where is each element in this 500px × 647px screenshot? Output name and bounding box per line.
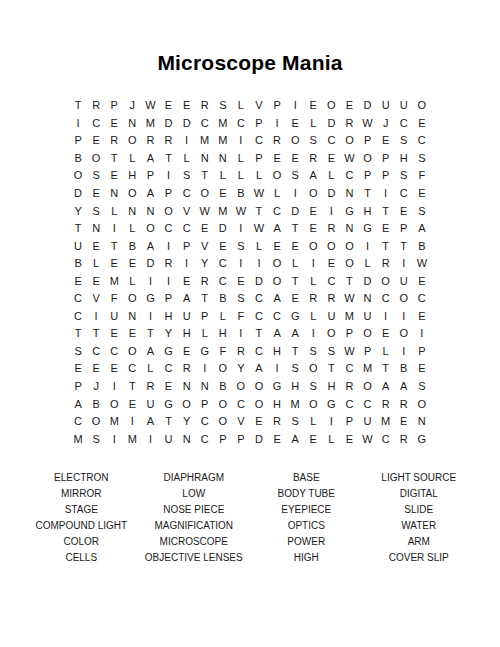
grid-cell[interactable]: O: [196, 185, 214, 203]
grid-cell[interactable]: C: [196, 430, 214, 448]
grid-cell[interactable]: O: [123, 290, 141, 308]
grid-cell[interactable]: L: [214, 167, 232, 185]
grid-cell[interactable]: I: [250, 255, 268, 273]
grid-cell[interactable]: J: [123, 97, 141, 115]
grid-cell[interactable]: L: [232, 150, 250, 168]
grid-cell[interactable]: O: [214, 360, 232, 378]
grid-cell[interactable]: I: [413, 325, 431, 343]
grid-cell[interactable]: O: [141, 220, 159, 238]
grid-cell[interactable]: R: [322, 220, 340, 238]
grid-cell[interactable]: R: [268, 413, 286, 431]
grid-cell[interactable]: E: [286, 150, 304, 168]
grid-cell[interactable]: I: [268, 360, 286, 378]
grid-cell[interactable]: A: [141, 413, 159, 431]
grid-cell[interactable]: E: [123, 255, 141, 273]
grid-cell[interactable]: N: [340, 185, 358, 203]
grid-cell[interactable]: T: [286, 343, 304, 361]
grid-cell[interactable]: E: [268, 430, 286, 448]
grid-cell[interactable]: A: [286, 325, 304, 343]
grid-cell[interactable]: C: [340, 360, 358, 378]
grid-cell[interactable]: W: [359, 115, 377, 133]
grid-cell[interactable]: B: [123, 237, 141, 255]
grid-cell[interactable]: E: [87, 272, 105, 290]
grid-cell[interactable]: T: [196, 290, 214, 308]
grid-cell[interactable]: L: [123, 220, 141, 238]
grid-cell[interactable]: C: [250, 308, 268, 326]
grid-cell[interactable]: N: [123, 115, 141, 133]
grid-cell[interactable]: W: [340, 290, 358, 308]
grid-cell[interactable]: A: [395, 378, 413, 396]
grid-cell[interactable]: N: [196, 378, 214, 396]
grid-cell[interactable]: A: [141, 343, 159, 361]
grid-cell[interactable]: O: [123, 185, 141, 203]
grid-cell[interactable]: E: [87, 237, 105, 255]
grid-cell[interactable]: I: [123, 413, 141, 431]
grid-cell[interactable]: O: [340, 132, 358, 150]
grid-cell[interactable]: I: [322, 202, 340, 220]
grid-cell[interactable]: L: [123, 150, 141, 168]
grid-cell[interactable]: E: [214, 185, 232, 203]
grid-cell[interactable]: E: [413, 115, 431, 133]
grid-cell[interactable]: S: [286, 360, 304, 378]
grid-cell[interactable]: I: [395, 343, 413, 361]
grid-cell[interactable]: U: [322, 308, 340, 326]
grid-cell[interactable]: E: [377, 132, 395, 150]
grid-cell[interactable]: S: [178, 167, 196, 185]
grid-cell[interactable]: U: [178, 308, 196, 326]
grid-cell[interactable]: P: [69, 378, 87, 396]
grid-cell[interactable]: E: [395, 202, 413, 220]
grid-cell[interactable]: R: [232, 343, 250, 361]
grid-cell[interactable]: E: [286, 290, 304, 308]
grid-cell[interactable]: T: [141, 325, 159, 343]
grid-cell[interactable]: I: [87, 308, 105, 326]
grid-cell[interactable]: E: [69, 360, 87, 378]
grid-cell[interactable]: L: [141, 360, 159, 378]
grid-cell[interactable]: E: [268, 150, 286, 168]
grid-cell[interactable]: V: [87, 290, 105, 308]
grid-cell[interactable]: T: [159, 413, 177, 431]
grid-cell[interactable]: U: [377, 97, 395, 115]
grid-cell[interactable]: E: [105, 325, 123, 343]
grid-cell[interactable]: O: [340, 255, 358, 273]
grid-cell[interactable]: T: [69, 325, 87, 343]
grid-cell[interactable]: O: [359, 378, 377, 396]
grid-cell[interactable]: F: [232, 308, 250, 326]
grid-cell[interactable]: M: [340, 308, 358, 326]
grid-cell[interactable]: S: [304, 378, 322, 396]
grid-cell[interactable]: O: [178, 395, 196, 413]
grid-cell[interactable]: F: [413, 167, 431, 185]
grid-cell[interactable]: M: [286, 395, 304, 413]
grid-cell[interactable]: L: [286, 255, 304, 273]
grid-cell[interactable]: V: [196, 237, 214, 255]
grid-cell[interactable]: P: [359, 343, 377, 361]
grid-cell[interactable]: E: [232, 272, 250, 290]
grid-cell[interactable]: O: [322, 325, 340, 343]
grid-cell[interactable]: F: [214, 343, 232, 361]
grid-cell[interactable]: E: [105, 255, 123, 273]
grid-cell[interactable]: E: [105, 115, 123, 133]
grid-cell[interactable]: H: [159, 308, 177, 326]
grid-cell[interactable]: C: [250, 132, 268, 150]
grid-cell[interactable]: M: [377, 413, 395, 431]
grid-cell[interactable]: C: [232, 115, 250, 133]
grid-cell[interactable]: G: [322, 395, 340, 413]
grid-cell[interactable]: P: [250, 150, 268, 168]
grid-cell[interactable]: A: [304, 167, 322, 185]
grid-cell[interactable]: R: [322, 290, 340, 308]
grid-cell[interactable]: G: [359, 220, 377, 238]
grid-cell[interactable]: T: [395, 237, 413, 255]
grid-cell[interactable]: G: [340, 202, 358, 220]
grid-cell[interactable]: R: [395, 395, 413, 413]
grid-cell[interactable]: T: [123, 378, 141, 396]
grid-cell[interactable]: R: [105, 132, 123, 150]
grid-cell[interactable]: L: [377, 343, 395, 361]
grid-cell[interactable]: E: [105, 360, 123, 378]
grid-cell[interactable]: I: [141, 272, 159, 290]
grid-cell[interactable]: S: [413, 378, 431, 396]
grid-cell[interactable]: S: [304, 343, 322, 361]
grid-cell[interactable]: P: [340, 413, 358, 431]
grid-cell[interactable]: T: [69, 220, 87, 238]
grid-cell[interactable]: H: [178, 325, 196, 343]
grid-cell[interactable]: D: [322, 115, 340, 133]
grid-cell[interactable]: E: [413, 272, 431, 290]
grid-cell[interactable]: M: [141, 115, 159, 133]
grid-cell[interactable]: S: [214, 97, 232, 115]
grid-cell[interactable]: C: [322, 132, 340, 150]
grid-cell[interactable]: W: [340, 150, 358, 168]
grid-cell[interactable]: M: [214, 202, 232, 220]
grid-cell[interactable]: I: [268, 115, 286, 133]
grid-cell[interactable]: P: [359, 167, 377, 185]
grid-cell[interactable]: G: [268, 378, 286, 396]
grid-cell[interactable]: L: [105, 202, 123, 220]
grid-cell[interactable]: H: [214, 325, 232, 343]
grid-cell[interactable]: I: [304, 325, 322, 343]
grid-cell[interactable]: M: [214, 115, 232, 133]
grid-cell[interactable]: C: [87, 343, 105, 361]
grid-cell[interactable]: S: [69, 343, 87, 361]
grid-cell[interactable]: A: [178, 290, 196, 308]
grid-cell[interactable]: P: [340, 325, 358, 343]
grid-cell[interactable]: I: [69, 115, 87, 133]
grid-cell[interactable]: I: [232, 132, 250, 150]
grid-cell[interactable]: L: [232, 167, 250, 185]
grid-cell[interactable]: E: [304, 202, 322, 220]
grid-cell[interactable]: L: [214, 308, 232, 326]
grid-cell[interactable]: A: [268, 220, 286, 238]
grid-cell[interactable]: J: [87, 378, 105, 396]
grid-cell[interactable]: C: [395, 185, 413, 203]
grid-cell[interactable]: C: [69, 308, 87, 326]
grid-cell[interactable]: C: [377, 290, 395, 308]
grid-cell[interactable]: O: [214, 413, 232, 431]
grid-cell[interactable]: T: [69, 97, 87, 115]
grid-cell[interactable]: T: [286, 220, 304, 238]
grid-cell[interactable]: S: [395, 132, 413, 150]
grid-cell[interactable]: B: [413, 237, 431, 255]
grid-cell[interactable]: N: [196, 150, 214, 168]
grid-cell[interactable]: M: [123, 430, 141, 448]
grid-cell[interactable]: O: [268, 255, 286, 273]
grid-cell[interactable]: O: [359, 325, 377, 343]
grid-cell[interactable]: E: [105, 167, 123, 185]
grid-cell[interactable]: E: [286, 237, 304, 255]
grid-cell[interactable]: L: [87, 255, 105, 273]
grid-cell[interactable]: O: [395, 325, 413, 343]
grid-cell[interactable]: T: [105, 237, 123, 255]
grid-cell[interactable]: U: [159, 430, 177, 448]
grid-cell[interactable]: C: [214, 255, 232, 273]
grid-cell[interactable]: B: [214, 378, 232, 396]
grid-cell[interactable]: O: [304, 395, 322, 413]
grid-cell[interactable]: T: [87, 325, 105, 343]
grid-cell[interactable]: H: [286, 378, 304, 396]
grid-cell[interactable]: R: [340, 115, 358, 133]
grid-cell[interactable]: Y: [232, 360, 250, 378]
grid-cell[interactable]: C: [159, 360, 177, 378]
grid-cell[interactable]: H: [123, 167, 141, 185]
grid-cell[interactable]: L: [304, 115, 322, 133]
grid-cell[interactable]: E: [322, 150, 340, 168]
grid-cell[interactable]: E: [340, 430, 358, 448]
grid-cell[interactable]: B: [395, 360, 413, 378]
grid-cell[interactable]: A: [286, 430, 304, 448]
grid-cell[interactable]: I: [395, 255, 413, 273]
grid-cell[interactable]: B: [214, 290, 232, 308]
grid-cell[interactable]: E: [340, 97, 358, 115]
grid-cell[interactable]: I: [304, 255, 322, 273]
grid-cell[interactable]: P: [250, 115, 268, 133]
grid-cell[interactable]: L: [123, 272, 141, 290]
grid-cell[interactable]: L: [304, 308, 322, 326]
grid-cell[interactable]: D: [141, 255, 159, 273]
grid-cell[interactable]: L: [322, 430, 340, 448]
grid-cell[interactable]: R: [141, 378, 159, 396]
grid-cell[interactable]: M: [69, 430, 87, 448]
grid-cell[interactable]: C: [87, 115, 105, 133]
grid-cell[interactable]: C: [395, 115, 413, 133]
grid-cell[interactable]: I: [322, 413, 340, 431]
grid-cell[interactable]: N: [123, 202, 141, 220]
grid-cell[interactable]: E: [123, 325, 141, 343]
grid-cell[interactable]: E: [87, 360, 105, 378]
grid-cell[interactable]: Y: [69, 202, 87, 220]
grid-cell[interactable]: B: [69, 255, 87, 273]
grid-cell[interactable]: E: [178, 343, 196, 361]
grid-cell[interactable]: N: [178, 378, 196, 396]
grid-cell[interactable]: E: [196, 220, 214, 238]
grid-cell[interactable]: G: [286, 308, 304, 326]
grid-cell[interactable]: P: [359, 132, 377, 150]
grid-cell[interactable]: P: [395, 220, 413, 238]
grid-cell[interactable]: A: [268, 325, 286, 343]
grid-cell[interactable]: S: [304, 132, 322, 150]
grid-cell[interactable]: I: [232, 220, 250, 238]
grid-cell[interactable]: T: [250, 325, 268, 343]
grid-cell[interactable]: A: [69, 395, 87, 413]
grid-cell[interactable]: O: [268, 167, 286, 185]
grid-cell[interactable]: T: [159, 150, 177, 168]
grid-cell[interactable]: E: [178, 272, 196, 290]
grid-cell[interactable]: I: [377, 185, 395, 203]
grid-cell[interactable]: O: [105, 395, 123, 413]
grid-cell[interactable]: C: [268, 308, 286, 326]
grid-cell[interactable]: O: [123, 132, 141, 150]
grid-cell[interactable]: E: [87, 132, 105, 150]
grid-cell[interactable]: U: [359, 308, 377, 326]
grid-cell[interactable]: I: [178, 132, 196, 150]
grid-cell[interactable]: T: [286, 272, 304, 290]
grid-cell[interactable]: R: [340, 378, 358, 396]
grid-cell[interactable]: O: [232, 378, 250, 396]
grid-cell[interactable]: O: [286, 132, 304, 150]
grid-cell[interactable]: N: [413, 413, 431, 431]
grid-cell[interactable]: I: [105, 220, 123, 238]
grid-cell[interactable]: R: [304, 290, 322, 308]
grid-cell[interactable]: F: [105, 290, 123, 308]
grid-cell[interactable]: O: [250, 378, 268, 396]
grid-cell[interactable]: G: [196, 343, 214, 361]
grid-cell[interactable]: D: [250, 430, 268, 448]
grid-cell[interactable]: U: [395, 272, 413, 290]
grid-cell[interactable]: R: [268, 132, 286, 150]
grid-cell[interactable]: E: [304, 97, 322, 115]
grid-cell[interactable]: E: [304, 220, 322, 238]
grid-cell[interactable]: I: [286, 97, 304, 115]
grid-cell[interactable]: C: [69, 413, 87, 431]
grid-cell[interactable]: L: [250, 167, 268, 185]
grid-cell[interactable]: O: [413, 395, 431, 413]
grid-cell[interactable]: W: [196, 202, 214, 220]
grid-cell[interactable]: S: [87, 202, 105, 220]
grid-cell[interactable]: A: [413, 220, 431, 238]
grid-cell[interactable]: N: [87, 220, 105, 238]
grid-cell[interactable]: T: [377, 360, 395, 378]
grid-cell[interactable]: U: [105, 308, 123, 326]
grid-cell[interactable]: I: [178, 255, 196, 273]
grid-cell[interactable]: O: [304, 185, 322, 203]
grid-cell[interactable]: I: [286, 185, 304, 203]
grid-cell[interactable]: S: [232, 290, 250, 308]
grid-cell[interactable]: B: [69, 150, 87, 168]
grid-cell[interactable]: S: [413, 202, 431, 220]
grid-cell[interactable]: O: [268, 272, 286, 290]
grid-cell[interactable]: C: [178, 220, 196, 238]
grid-cell[interactable]: T: [340, 272, 358, 290]
grid-cell[interactable]: M: [196, 132, 214, 150]
grid-cell[interactable]: P: [178, 237, 196, 255]
grid-cell[interactable]: O: [395, 290, 413, 308]
grid-cell[interactable]: E: [87, 185, 105, 203]
grid-cell[interactable]: E: [395, 413, 413, 431]
grid-cell[interactable]: I: [159, 272, 177, 290]
grid-cell[interactable]: C: [123, 360, 141, 378]
grid-cell[interactable]: I: [232, 325, 250, 343]
grid-cell[interactable]: O: [322, 97, 340, 115]
grid-cell[interactable]: P: [232, 430, 250, 448]
grid-cell[interactable]: U: [69, 237, 87, 255]
grid-cell[interactable]: T: [322, 360, 340, 378]
grid-cell[interactable]: R: [196, 272, 214, 290]
grid-cell[interactable]: T: [377, 202, 395, 220]
grid-cell[interactable]: R: [141, 132, 159, 150]
grid-cell[interactable]: Y: [159, 325, 177, 343]
grid-cell[interactable]: P: [69, 132, 87, 150]
grid-cell[interactable]: R: [196, 97, 214, 115]
grid-cell[interactable]: L: [196, 325, 214, 343]
grid-cell[interactable]: B: [87, 395, 105, 413]
grid-cell[interactable]: G: [159, 395, 177, 413]
grid-cell[interactable]: C: [413, 290, 431, 308]
grid-cell[interactable]: S: [87, 430, 105, 448]
grid-cell[interactable]: U: [141, 395, 159, 413]
grid-cell[interactable]: E: [286, 115, 304, 133]
grid-cell[interactable]: E: [304, 430, 322, 448]
grid-cell[interactable]: E: [413, 308, 431, 326]
grid-cell[interactable]: E: [69, 272, 87, 290]
grid-cell[interactable]: C: [268, 202, 286, 220]
grid-cell[interactable]: B: [232, 185, 250, 203]
grid-cell[interactable]: W: [359, 430, 377, 448]
grid-cell[interactable]: O: [250, 395, 268, 413]
grid-cell[interactable]: T: [196, 167, 214, 185]
grid-cell[interactable]: L: [359, 255, 377, 273]
grid-cell[interactable]: D: [159, 115, 177, 133]
grid-cell[interactable]: O: [123, 343, 141, 361]
grid-cell[interactable]: P: [159, 185, 177, 203]
grid-cell[interactable]: H: [359, 202, 377, 220]
grid-cell[interactable]: I: [105, 430, 123, 448]
grid-cell[interactable]: O: [377, 272, 395, 290]
grid-cell[interactable]: H: [268, 395, 286, 413]
grid-cell[interactable]: A: [377, 378, 395, 396]
grid-cell[interactable]: U: [359, 413, 377, 431]
grid-cell[interactable]: A: [141, 150, 159, 168]
grid-cell[interactable]: C: [232, 395, 250, 413]
grid-cell[interactable]: P: [141, 167, 159, 185]
grid-cell[interactable]: C: [340, 395, 358, 413]
grid-cell[interactable]: D: [322, 185, 340, 203]
grid-cell[interactable]: S: [87, 167, 105, 185]
grid-cell[interactable]: M: [105, 413, 123, 431]
grid-cell[interactable]: O: [322, 237, 340, 255]
grid-cell[interactable]: C: [322, 272, 340, 290]
grid-cell[interactable]: N: [141, 202, 159, 220]
grid-cell[interactable]: T: [105, 150, 123, 168]
grid-cell[interactable]: P: [159, 290, 177, 308]
grid-cell[interactable]: D: [359, 272, 377, 290]
grid-cell[interactable]: R: [178, 360, 196, 378]
grid-cell[interactable]: M: [359, 360, 377, 378]
grid-cell[interactable]: I: [395, 308, 413, 326]
grid-cell[interactable]: I: [105, 378, 123, 396]
grid-cell[interactable]: O: [304, 237, 322, 255]
grid-cell[interactable]: D: [286, 202, 304, 220]
grid-cell[interactable]: C: [196, 413, 214, 431]
grid-cell[interactable]: O: [359, 150, 377, 168]
grid-cell[interactable]: H: [268, 343, 286, 361]
grid-cell[interactable]: C: [196, 115, 214, 133]
grid-cell[interactable]: E: [123, 395, 141, 413]
grid-cell[interactable]: L: [304, 413, 322, 431]
grid-cell[interactable]: L: [268, 185, 286, 203]
grid-cell[interactable]: C: [250, 290, 268, 308]
grid-cell[interactable]: W: [250, 185, 268, 203]
